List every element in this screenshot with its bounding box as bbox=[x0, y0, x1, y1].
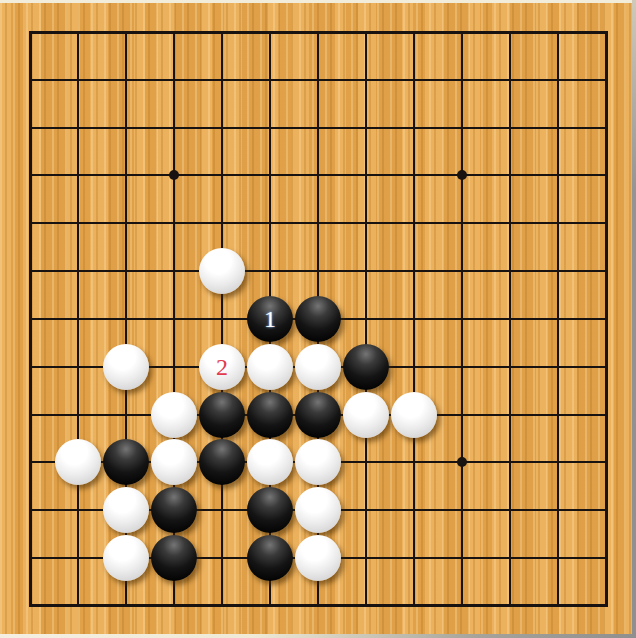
intersection-8-3[interactable] bbox=[342, 104, 390, 152]
stones-grid: 12 bbox=[6, 8, 630, 630]
intersection-9-13[interactable] bbox=[390, 582, 438, 630]
intersection-9-7[interactable] bbox=[390, 295, 438, 343]
black-stone bbox=[295, 392, 341, 438]
white-stone bbox=[151, 439, 197, 485]
intersection-5-5[interactable] bbox=[198, 199, 246, 247]
black-stone bbox=[103, 439, 149, 485]
intersection-5-8[interactable]: 2 bbox=[198, 343, 246, 391]
intersection-7-1[interactable] bbox=[294, 8, 342, 56]
intersection-12-6[interactable] bbox=[534, 247, 582, 295]
move-number-label: 2 bbox=[216, 355, 228, 379]
intersection-6-6[interactable] bbox=[246, 247, 294, 295]
intersection-3-8[interactable] bbox=[102, 343, 150, 391]
intersection-10-10[interactable] bbox=[438, 439, 486, 487]
white-stone bbox=[55, 439, 101, 485]
intersection-13-3[interactable] bbox=[582, 104, 630, 152]
intersection-7-12[interactable] bbox=[294, 534, 342, 582]
intersection-1-10[interactable] bbox=[6, 439, 54, 487]
black-stone bbox=[247, 392, 293, 438]
intersection-7-6[interactable] bbox=[294, 247, 342, 295]
intersection-8-8[interactable] bbox=[342, 343, 390, 391]
intersection-12-9[interactable] bbox=[534, 391, 582, 439]
black-stone bbox=[151, 535, 197, 581]
intersection-7-2[interactable] bbox=[294, 56, 342, 104]
intersection-3-9[interactable] bbox=[102, 391, 150, 439]
intersection-5-10[interactable] bbox=[198, 439, 246, 487]
intersection-5-6[interactable] bbox=[198, 247, 246, 295]
intersection-1-4[interactable] bbox=[6, 152, 54, 200]
intersection-10-3[interactable] bbox=[438, 104, 486, 152]
intersection-1-12[interactable] bbox=[6, 534, 54, 582]
intersection-11-13[interactable] bbox=[486, 582, 534, 630]
intersection-3-4[interactable] bbox=[102, 152, 150, 200]
intersection-12-13[interactable] bbox=[534, 582, 582, 630]
intersection-6-10[interactable] bbox=[246, 439, 294, 487]
white-stone bbox=[247, 439, 293, 485]
intersection-10-2[interactable] bbox=[438, 56, 486, 104]
intersection-1-8[interactable] bbox=[6, 343, 54, 391]
white-stone bbox=[247, 344, 293, 390]
white-stone bbox=[151, 392, 197, 438]
intersection-2-13[interactable] bbox=[54, 582, 102, 630]
intersection-11-12[interactable] bbox=[486, 534, 534, 582]
intersection-13-5[interactable] bbox=[582, 199, 630, 247]
intersection-4-1[interactable] bbox=[150, 8, 198, 56]
intersection-7-3[interactable] bbox=[294, 104, 342, 152]
white-stone: 2 bbox=[199, 344, 245, 390]
intersection-3-6[interactable] bbox=[102, 247, 150, 295]
intersection-10-11[interactable] bbox=[438, 486, 486, 534]
intersection-10-4[interactable] bbox=[438, 152, 486, 200]
intersection-4-12[interactable] bbox=[150, 534, 198, 582]
black-stone bbox=[295, 296, 341, 342]
intersection-13-7[interactable] bbox=[582, 295, 630, 343]
intersection-11-8[interactable] bbox=[486, 343, 534, 391]
intersection-1-7[interactable] bbox=[6, 295, 54, 343]
intersection-5-11[interactable] bbox=[198, 486, 246, 534]
intersection-2-7[interactable] bbox=[54, 295, 102, 343]
intersection-3-5[interactable] bbox=[102, 199, 150, 247]
intersection-8-2[interactable] bbox=[342, 56, 390, 104]
white-stone bbox=[295, 439, 341, 485]
intersection-7-13[interactable] bbox=[294, 582, 342, 630]
intersection-9-9[interactable] bbox=[390, 391, 438, 439]
intersection-2-5[interactable] bbox=[54, 199, 102, 247]
intersection-5-1[interactable] bbox=[198, 8, 246, 56]
intersection-9-10[interactable] bbox=[390, 439, 438, 487]
intersection-4-6[interactable] bbox=[150, 247, 198, 295]
intersection-9-4[interactable] bbox=[390, 152, 438, 200]
white-stone bbox=[295, 344, 341, 390]
intersection-1-2[interactable] bbox=[6, 56, 54, 104]
intersection-11-5[interactable] bbox=[486, 199, 534, 247]
intersection-3-11[interactable] bbox=[102, 486, 150, 534]
intersection-1-3[interactable] bbox=[6, 104, 54, 152]
intersection-5-4[interactable] bbox=[198, 152, 246, 200]
intersection-1-13[interactable] bbox=[6, 582, 54, 630]
board-edge-bottom bbox=[0, 634, 636, 638]
intersection-6-11[interactable] bbox=[246, 486, 294, 534]
intersection-13-4[interactable] bbox=[582, 152, 630, 200]
intersection-13-12[interactable] bbox=[582, 534, 630, 582]
intersection-5-7[interactable] bbox=[198, 295, 246, 343]
intersection-12-4[interactable] bbox=[534, 152, 582, 200]
intersection-13-6[interactable] bbox=[582, 247, 630, 295]
intersection-6-3[interactable] bbox=[246, 104, 294, 152]
black-stone bbox=[151, 487, 197, 533]
black-stone bbox=[247, 535, 293, 581]
black-stone bbox=[199, 392, 245, 438]
intersection-10-13[interactable] bbox=[438, 582, 486, 630]
intersection-8-1[interactable] bbox=[342, 8, 390, 56]
intersection-11-6[interactable] bbox=[486, 247, 534, 295]
intersection-6-1[interactable] bbox=[246, 8, 294, 56]
intersection-9-11[interactable] bbox=[390, 486, 438, 534]
intersection-7-4[interactable] bbox=[294, 152, 342, 200]
intersection-1-5[interactable] bbox=[6, 199, 54, 247]
intersection-6-8[interactable] bbox=[246, 343, 294, 391]
intersection-5-9[interactable] bbox=[198, 391, 246, 439]
intersection-11-7[interactable] bbox=[486, 295, 534, 343]
intersection-3-7[interactable] bbox=[102, 295, 150, 343]
intersection-8-6[interactable] bbox=[342, 247, 390, 295]
intersection-8-7[interactable] bbox=[342, 295, 390, 343]
intersection-12-8[interactable] bbox=[534, 343, 582, 391]
intersection-8-11[interactable] bbox=[342, 486, 390, 534]
intersection-3-13[interactable] bbox=[102, 582, 150, 630]
intersection-3-12[interactable] bbox=[102, 534, 150, 582]
black-stone bbox=[199, 439, 245, 485]
intersection-2-6[interactable] bbox=[54, 247, 102, 295]
intersection-12-1[interactable] bbox=[534, 8, 582, 56]
intersection-1-6[interactable] bbox=[6, 247, 54, 295]
intersection-4-10[interactable] bbox=[150, 439, 198, 487]
intersection-13-13[interactable] bbox=[582, 582, 630, 630]
intersection-1-1[interactable] bbox=[6, 8, 54, 56]
intersection-1-9[interactable] bbox=[6, 391, 54, 439]
white-stone bbox=[103, 535, 149, 581]
board-edge-top bbox=[0, 0, 636, 3]
intersection-4-3[interactable] bbox=[150, 104, 198, 152]
intersection-2-10[interactable] bbox=[54, 439, 102, 487]
intersection-11-2[interactable] bbox=[486, 56, 534, 104]
intersection-6-2[interactable] bbox=[246, 56, 294, 104]
intersection-2-2[interactable] bbox=[54, 56, 102, 104]
intersection-4-11[interactable] bbox=[150, 486, 198, 534]
intersection-4-4[interactable] bbox=[150, 152, 198, 200]
white-stone bbox=[295, 535, 341, 581]
intersection-2-3[interactable] bbox=[54, 104, 102, 152]
intersection-7-9[interactable] bbox=[294, 391, 342, 439]
intersection-6-7[interactable]: 1 bbox=[246, 295, 294, 343]
intersection-12-12[interactable] bbox=[534, 534, 582, 582]
intersection-8-5[interactable] bbox=[342, 199, 390, 247]
intersection-8-13[interactable] bbox=[342, 582, 390, 630]
intersection-11-9[interactable] bbox=[486, 391, 534, 439]
intersection-2-4[interactable] bbox=[54, 152, 102, 200]
intersection-5-13[interactable] bbox=[198, 582, 246, 630]
intersection-12-7[interactable] bbox=[534, 295, 582, 343]
intersection-9-12[interactable] bbox=[390, 534, 438, 582]
intersection-13-11[interactable] bbox=[582, 486, 630, 534]
black-stone bbox=[343, 344, 389, 390]
intersection-12-2[interactable] bbox=[534, 56, 582, 104]
intersection-10-7[interactable] bbox=[438, 295, 486, 343]
intersection-13-9[interactable] bbox=[582, 391, 630, 439]
intersection-13-2[interactable] bbox=[582, 56, 630, 104]
intersection-2-8[interactable] bbox=[54, 343, 102, 391]
intersection-9-2[interactable] bbox=[390, 56, 438, 104]
white-stone bbox=[103, 487, 149, 533]
intersection-10-5[interactable] bbox=[438, 199, 486, 247]
intersection-12-5[interactable] bbox=[534, 199, 582, 247]
intersection-6-9[interactable] bbox=[246, 391, 294, 439]
intersection-4-13[interactable] bbox=[150, 582, 198, 630]
intersection-6-5[interactable] bbox=[246, 199, 294, 247]
white-stone bbox=[343, 392, 389, 438]
intersection-9-3[interactable] bbox=[390, 104, 438, 152]
intersection-2-11[interactable] bbox=[54, 486, 102, 534]
intersection-10-8[interactable] bbox=[438, 343, 486, 391]
intersection-10-6[interactable] bbox=[438, 247, 486, 295]
intersection-8-12[interactable] bbox=[342, 534, 390, 582]
intersection-8-10[interactable] bbox=[342, 439, 390, 487]
intersection-1-11[interactable] bbox=[6, 486, 54, 534]
intersection-7-7[interactable] bbox=[294, 295, 342, 343]
intersection-12-10[interactable] bbox=[534, 439, 582, 487]
white-stone bbox=[103, 344, 149, 390]
intersection-13-10[interactable] bbox=[582, 439, 630, 487]
intersection-7-11[interactable] bbox=[294, 486, 342, 534]
intersection-2-9[interactable] bbox=[54, 391, 102, 439]
white-stone bbox=[199, 248, 245, 294]
board-edge-right bbox=[632, 0, 636, 638]
intersection-4-5[interactable] bbox=[150, 199, 198, 247]
intersection-11-3[interactable] bbox=[486, 104, 534, 152]
intersection-10-12[interactable] bbox=[438, 534, 486, 582]
intersection-2-12[interactable] bbox=[54, 534, 102, 582]
intersection-6-12[interactable] bbox=[246, 534, 294, 582]
intersection-13-8[interactable] bbox=[582, 343, 630, 391]
intersection-6-13[interactable] bbox=[246, 582, 294, 630]
intersection-13-1[interactable] bbox=[582, 8, 630, 56]
intersection-11-11[interactable] bbox=[486, 486, 534, 534]
intersection-11-10[interactable] bbox=[486, 439, 534, 487]
intersection-10-9[interactable] bbox=[438, 391, 486, 439]
intersection-8-4[interactable] bbox=[342, 152, 390, 200]
intersection-2-1[interactable] bbox=[54, 8, 102, 56]
intersection-8-9[interactable] bbox=[342, 391, 390, 439]
intersection-10-1[interactable] bbox=[438, 8, 486, 56]
intersection-7-10[interactable] bbox=[294, 439, 342, 487]
black-stone: 1 bbox=[247, 296, 293, 342]
intersection-11-4[interactable] bbox=[486, 152, 534, 200]
intersection-9-5[interactable] bbox=[390, 199, 438, 247]
intersection-9-6[interactable] bbox=[390, 247, 438, 295]
black-stone bbox=[247, 487, 293, 533]
intersection-5-2[interactable] bbox=[198, 56, 246, 104]
go-board: 12 bbox=[0, 0, 636, 638]
intersection-3-10[interactable] bbox=[102, 439, 150, 487]
intersection-7-8[interactable] bbox=[294, 343, 342, 391]
intersection-9-1[interactable] bbox=[390, 8, 438, 56]
intersection-6-4[interactable] bbox=[246, 152, 294, 200]
intersection-9-8[interactable] bbox=[390, 343, 438, 391]
white-stone bbox=[295, 487, 341, 533]
intersection-4-8[interactable] bbox=[150, 343, 198, 391]
intersection-5-3[interactable] bbox=[198, 104, 246, 152]
white-stone bbox=[391, 392, 437, 438]
intersection-4-9[interactable] bbox=[150, 391, 198, 439]
intersection-4-2[interactable] bbox=[150, 56, 198, 104]
intersection-5-12[interactable] bbox=[198, 534, 246, 582]
intersection-12-11[interactable] bbox=[534, 486, 582, 534]
intersection-12-3[interactable] bbox=[534, 104, 582, 152]
intersection-7-5[interactable] bbox=[294, 199, 342, 247]
intersection-3-3[interactable] bbox=[102, 104, 150, 152]
intersection-4-7[interactable] bbox=[150, 295, 198, 343]
move-number-label: 1 bbox=[264, 307, 276, 331]
intersection-11-1[interactable] bbox=[486, 8, 534, 56]
intersection-3-1[interactable] bbox=[102, 8, 150, 56]
intersection-3-2[interactable] bbox=[102, 56, 150, 104]
